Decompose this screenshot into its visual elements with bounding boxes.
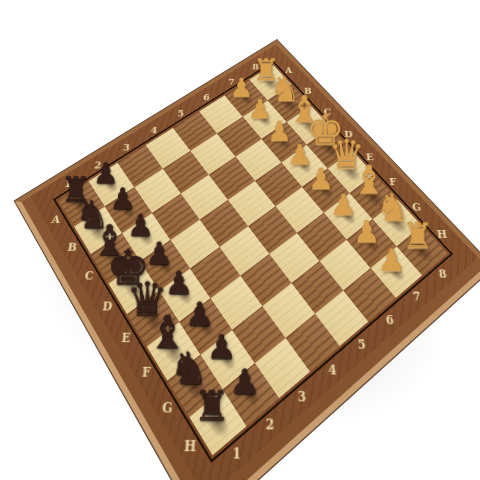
rank-label-text: 6 (385, 312, 394, 326)
rank-label-text: 1 (232, 444, 241, 461)
file-label-text: A (52, 214, 62, 225)
light-pawn-glyph: ♟ (367, 244, 417, 275)
rank-label-text: 5 (357, 336, 366, 350)
file-label-text: H (184, 436, 197, 453)
rank-label-text: 2 (266, 415, 275, 431)
rank-label-text: 7 (412, 289, 422, 302)
file-label-text: B (67, 241, 78, 253)
file-label-text: E (122, 330, 132, 344)
chess-board: ABCDEFGH8♜♞♝♚♛♝♞♜87♟♟♟♟♟♟♟♟7665544332♟♟♟… (15, 40, 480, 480)
file-label-text: D (102, 299, 113, 312)
dark-rook-glyph: ♜ (184, 385, 240, 426)
file-label-text: G (162, 399, 174, 415)
rank-label-text: 4 (328, 362, 337, 377)
file-label-text: C (85, 269, 96, 282)
rank-label-text: 3 (298, 388, 307, 403)
photo-stage: ABCDEFGH8♜♞♝♚♛♝♞♜87♟♟♟♟♟♟♟♟7665544332♟♟♟… (0, 0, 480, 480)
file-label-text: F (142, 364, 152, 379)
rank-label-text: 8 (438, 267, 448, 280)
